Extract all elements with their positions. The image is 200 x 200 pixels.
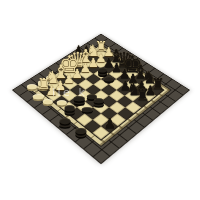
photo-watermark: lle k — [52, 86, 87, 99]
product-photo: ♜♞♝♛♚♝♞♜♟♟♟♟♟♟♟♟♝♛♚♝♞♜♟♟♟♟♟♟♟♞♜♟♟♟ lle k — [0, 0, 200, 200]
board-scene — [0, 0, 200, 200]
game-board — [12, 34, 190, 165]
